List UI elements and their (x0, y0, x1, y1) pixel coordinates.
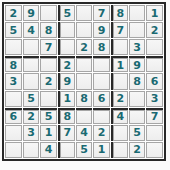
sudoku-cell-r4c1[interactable]: 8 (5, 56, 22, 72)
sudoku-cell-r2c4[interactable] (58, 22, 75, 38)
sudoku-cell-r9c7[interactable] (111, 142, 128, 158)
sudoku-cell-r1c5[interactable] (76, 5, 93, 21)
sudoku-cell-r1c2[interactable]: 9 (23, 5, 40, 21)
sudoku-cell-r9c6[interactable]: 1 (93, 142, 110, 158)
sudoku-cell-r6c6[interactable]: 6 (93, 91, 110, 107)
sudoku-cell-r2c2[interactable]: 4 (23, 22, 40, 38)
sudoku-cell-r7c4[interactable]: 8 (58, 108, 75, 124)
sudoku-board: 2957815489727283821932986518623625847317… (2, 2, 166, 161)
sudoku-cell-r7c5[interactable] (76, 108, 93, 124)
sudoku-cell-r2c6[interactable]: 9 (93, 22, 110, 38)
sudoku-cell-r6c9[interactable]: 3 (146, 91, 163, 107)
sudoku-cell-r2c3[interactable]: 8 (40, 22, 57, 38)
sudoku-cell-r1c9[interactable]: 1 (146, 5, 163, 21)
sudoku-cell-r6c8[interactable] (129, 91, 146, 107)
sudoku-cell-r8c8[interactable]: 5 (129, 125, 146, 141)
sudoku-cell-r3c3[interactable]: 7 (40, 39, 57, 55)
sudoku-cell-r5c6[interactable] (93, 73, 110, 89)
sudoku-cell-r6c3[interactable] (40, 91, 57, 107)
sudoku-cell-r6c7[interactable]: 2 (111, 91, 128, 107)
sudoku-cell-r9c4[interactable] (58, 142, 75, 158)
sudoku-cell-r8c1[interactable] (5, 125, 22, 141)
sudoku-cell-r4c2[interactable] (23, 56, 40, 72)
sudoku-cell-r9c5[interactable]: 5 (76, 142, 93, 158)
sudoku-cell-r4c8[interactable]: 9 (129, 56, 146, 72)
sudoku-cell-r1c6[interactable]: 7 (93, 5, 110, 21)
sudoku-cell-r5c3[interactable]: 2 (40, 73, 57, 89)
sudoku-cell-r7c7[interactable]: 4 (111, 108, 128, 124)
sudoku-cell-r6c2[interactable]: 5 (23, 91, 40, 107)
sudoku-cell-r1c8[interactable] (129, 5, 146, 21)
sudoku-cell-r5c4[interactable]: 9 (58, 73, 75, 89)
sudoku-cell-r1c1[interactable]: 2 (5, 5, 22, 21)
sudoku-cell-r7c3[interactable]: 5 (40, 108, 57, 124)
sudoku-cell-r7c1[interactable]: 6 (5, 108, 22, 124)
sudoku-cell-r5c5[interactable] (76, 73, 93, 89)
sudoku-cell-r9c9[interactable] (146, 142, 163, 158)
sudoku-cell-r3c6[interactable]: 8 (93, 39, 110, 55)
sudoku-cell-r3c8[interactable]: 3 (129, 39, 146, 55)
sudoku-cell-r8c7[interactable] (111, 125, 128, 141)
sudoku-cell-r2c9[interactable]: 2 (146, 22, 163, 38)
sudoku-cell-r2c7[interactable]: 7 (111, 22, 128, 38)
sudoku-cell-r5c8[interactable]: 8 (129, 73, 146, 89)
sudoku-cell-r2c8[interactable] (129, 22, 146, 38)
sudoku-cell-r1c4[interactable]: 5 (58, 5, 75, 21)
sudoku-cell-r9c2[interactable] (23, 142, 40, 158)
sudoku-page: 2957815489727283821932986518623625847317… (0, 0, 170, 170)
sudoku-cell-r3c7[interactable] (111, 39, 128, 55)
sudoku-cell-r4c5[interactable] (76, 56, 93, 72)
sudoku-cell-r3c1[interactable] (5, 39, 22, 55)
sudoku-cell-r6c5[interactable]: 8 (76, 91, 93, 107)
sudoku-cell-r5c9[interactable]: 6 (146, 73, 163, 89)
sudoku-cell-r5c1[interactable]: 3 (5, 73, 22, 89)
sudoku-cell-r8c4[interactable]: 7 (58, 125, 75, 141)
sudoku-cell-r4c9[interactable] (146, 56, 163, 72)
sudoku-cell-r1c3[interactable] (40, 5, 57, 21)
sudoku-cell-r7c2[interactable]: 2 (23, 108, 40, 124)
sudoku-cell-r8c6[interactable]: 2 (93, 125, 110, 141)
sudoku-cell-r6c4[interactable]: 1 (58, 91, 75, 107)
sudoku-cell-r2c1[interactable]: 5 (5, 22, 22, 38)
sudoku-cell-r8c3[interactable]: 1 (40, 125, 57, 141)
sudoku-cell-r6c1[interactable] (5, 91, 22, 107)
sudoku-cell-r5c7[interactable] (111, 73, 128, 89)
sudoku-cell-r7c9[interactable]: 7 (146, 108, 163, 124)
sudoku-cell-r1c7[interactable]: 8 (111, 5, 128, 21)
sudoku-cell-r8c2[interactable]: 3 (23, 125, 40, 141)
sudoku-cell-r3c5[interactable]: 2 (76, 39, 93, 55)
sudoku-cell-r4c6[interactable] (93, 56, 110, 72)
sudoku-cell-r4c7[interactable]: 1 (111, 56, 128, 72)
sudoku-cell-r5c2[interactable] (23, 73, 40, 89)
sudoku-cell-r7c6[interactable] (93, 108, 110, 124)
sudoku-cell-r2c5[interactable] (76, 22, 93, 38)
sudoku-cell-r9c3[interactable]: 4 (40, 142, 57, 158)
sudoku-cell-r7c8[interactable] (129, 108, 146, 124)
sudoku-cell-r8c5[interactable]: 4 (76, 125, 93, 141)
sudoku-cell-r9c8[interactable]: 2 (129, 142, 146, 158)
sudoku-cell-r8c9[interactable] (146, 125, 163, 141)
sudoku-cell-r4c4[interactable]: 2 (58, 56, 75, 72)
sudoku-cell-r3c2[interactable] (23, 39, 40, 55)
sudoku-cell-r4c3[interactable] (40, 56, 57, 72)
sudoku-cell-r3c9[interactable] (146, 39, 163, 55)
sudoku-cell-r9c1[interactable] (5, 142, 22, 158)
sudoku-cell-r3c4[interactable] (58, 39, 75, 55)
